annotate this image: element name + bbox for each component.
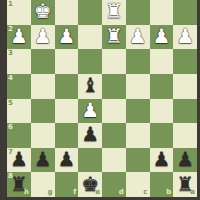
square-d6[interactable] xyxy=(102,123,126,148)
square-h3[interactable]: 3 xyxy=(7,49,31,74)
piece-black-rook[interactable]: ♜ xyxy=(10,174,28,194)
square-a3[interactable] xyxy=(173,49,197,74)
square-g2[interactable]: ♟ xyxy=(31,25,55,50)
square-h8[interactable]: 8h♜ xyxy=(7,172,31,197)
square-h7[interactable]: 7♟ xyxy=(7,148,31,173)
square-h1[interactable]: 1 xyxy=(7,0,31,25)
piece-black-pawn[interactable]: ♟ xyxy=(10,149,28,169)
square-f3[interactable] xyxy=(55,49,79,74)
square-b1[interactable] xyxy=(150,0,174,25)
piece-white-pawn[interactable]: ♟ xyxy=(152,26,170,46)
square-c2[interactable]: ♟ xyxy=(126,25,150,50)
square-h6[interactable]: 6 xyxy=(7,123,31,148)
square-a2[interactable]: ♟ xyxy=(173,25,197,50)
square-c3[interactable] xyxy=(126,49,150,74)
piece-black-king[interactable]: ♚ xyxy=(81,174,99,194)
piece-white-rook[interactable]: ♜ xyxy=(105,1,123,21)
square-e3[interactable] xyxy=(78,49,102,74)
square-d8[interactable]: d xyxy=(102,172,126,197)
piece-white-rook[interactable]: ♜ xyxy=(105,26,123,46)
square-b3[interactable] xyxy=(150,49,174,74)
square-f1[interactable] xyxy=(55,0,79,25)
square-a4[interactable] xyxy=(173,74,197,99)
piece-white-pawn[interactable]: ♟ xyxy=(129,26,147,46)
square-b6[interactable] xyxy=(150,123,174,148)
square-d1[interactable]: ♜ xyxy=(102,0,126,25)
square-c1[interactable] xyxy=(126,0,150,25)
piece-white-pawn[interactable]: ♟ xyxy=(57,26,75,46)
square-b2[interactable]: ♟ xyxy=(150,25,174,50)
square-a1[interactable] xyxy=(173,0,197,25)
piece-black-pawn[interactable]: ♟ xyxy=(34,149,52,169)
piece-black-pawn[interactable]: ♟ xyxy=(176,149,194,169)
square-g1[interactable]: ♚ xyxy=(31,0,55,25)
square-d3[interactable] xyxy=(102,49,126,74)
square-g6[interactable] xyxy=(31,123,55,148)
piece-black-rook[interactable]: ♜ xyxy=(176,174,194,194)
square-f4[interactable] xyxy=(55,74,79,99)
piece-white-king[interactable]: ♚ xyxy=(34,1,52,21)
square-e4[interactable]: ♝ xyxy=(78,74,102,99)
file-label: d xyxy=(119,189,124,196)
square-e5[interactable]: ♟ xyxy=(78,99,102,124)
square-b4[interactable] xyxy=(150,74,174,99)
square-a8[interactable]: a♜ xyxy=(173,172,197,197)
chess-app-background: 1♚♜2♟♟♟♜♟♟♟34♝5♟6♟7♟♟♟♟♟8h♜gfe♚dcba♜ xyxy=(0,0,200,200)
square-d2[interactable]: ♜ xyxy=(102,25,126,50)
square-h4[interactable]: 4 xyxy=(7,74,31,99)
square-e8[interactable]: e♚ xyxy=(78,172,102,197)
square-g8[interactable]: g xyxy=(31,172,55,197)
square-d5[interactable] xyxy=(102,99,126,124)
file-label: c xyxy=(143,189,147,196)
square-f5[interactable] xyxy=(55,99,79,124)
square-c6[interactable] xyxy=(126,123,150,148)
piece-black-pawn[interactable]: ♟ xyxy=(152,149,170,169)
rank-label: 6 xyxy=(8,124,13,131)
rank-label: 3 xyxy=(8,50,13,57)
square-d7[interactable] xyxy=(102,148,126,173)
square-a7[interactable]: ♟ xyxy=(173,148,197,173)
file-label: g xyxy=(47,189,52,196)
square-c4[interactable] xyxy=(126,74,150,99)
square-g4[interactable] xyxy=(31,74,55,99)
piece-black-bishop[interactable]: ♝ xyxy=(81,75,99,95)
square-g3[interactable] xyxy=(31,49,55,74)
square-b5[interactable] xyxy=(150,99,174,124)
square-f2[interactable]: ♟ xyxy=(55,25,79,50)
square-f7[interactable]: ♟ xyxy=(55,148,79,173)
square-g7[interactable]: ♟ xyxy=(31,148,55,173)
piece-white-pawn[interactable]: ♟ xyxy=(10,26,28,46)
square-c7[interactable] xyxy=(126,148,150,173)
square-b7[interactable]: ♟ xyxy=(150,148,174,173)
piece-white-pawn[interactable]: ♟ xyxy=(176,26,194,46)
square-b8[interactable]: b xyxy=(150,172,174,197)
square-d4[interactable] xyxy=(102,74,126,99)
rank-label: 5 xyxy=(8,100,13,107)
square-e2[interactable] xyxy=(78,25,102,50)
square-h5[interactable]: 5 xyxy=(7,99,31,124)
square-a6[interactable] xyxy=(173,123,197,148)
square-e1[interactable] xyxy=(78,0,102,25)
square-e7[interactable] xyxy=(78,148,102,173)
square-a5[interactable] xyxy=(173,99,197,124)
chess-board: 1♚♜2♟♟♟♜♟♟♟34♝5♟6♟7♟♟♟♟♟8h♜gfe♚dcba♜ xyxy=(7,0,197,197)
piece-white-pawn[interactable]: ♟ xyxy=(81,100,99,120)
piece-black-pawn[interactable]: ♟ xyxy=(81,124,99,144)
square-f8[interactable]: f xyxy=(55,172,79,197)
square-c8[interactable]: c xyxy=(126,172,150,197)
rank-label: 1 xyxy=(8,1,13,8)
piece-white-pawn[interactable]: ♟ xyxy=(34,26,52,46)
file-label: b xyxy=(166,189,171,196)
square-e6[interactable]: ♟ xyxy=(78,123,102,148)
file-label: f xyxy=(73,189,76,196)
piece-black-pawn[interactable]: ♟ xyxy=(57,149,75,169)
rank-label: 4 xyxy=(8,75,13,82)
square-f6[interactable] xyxy=(55,123,79,148)
square-c5[interactable] xyxy=(126,99,150,124)
square-g5[interactable] xyxy=(31,99,55,124)
square-h2[interactable]: 2♟ xyxy=(7,25,31,50)
